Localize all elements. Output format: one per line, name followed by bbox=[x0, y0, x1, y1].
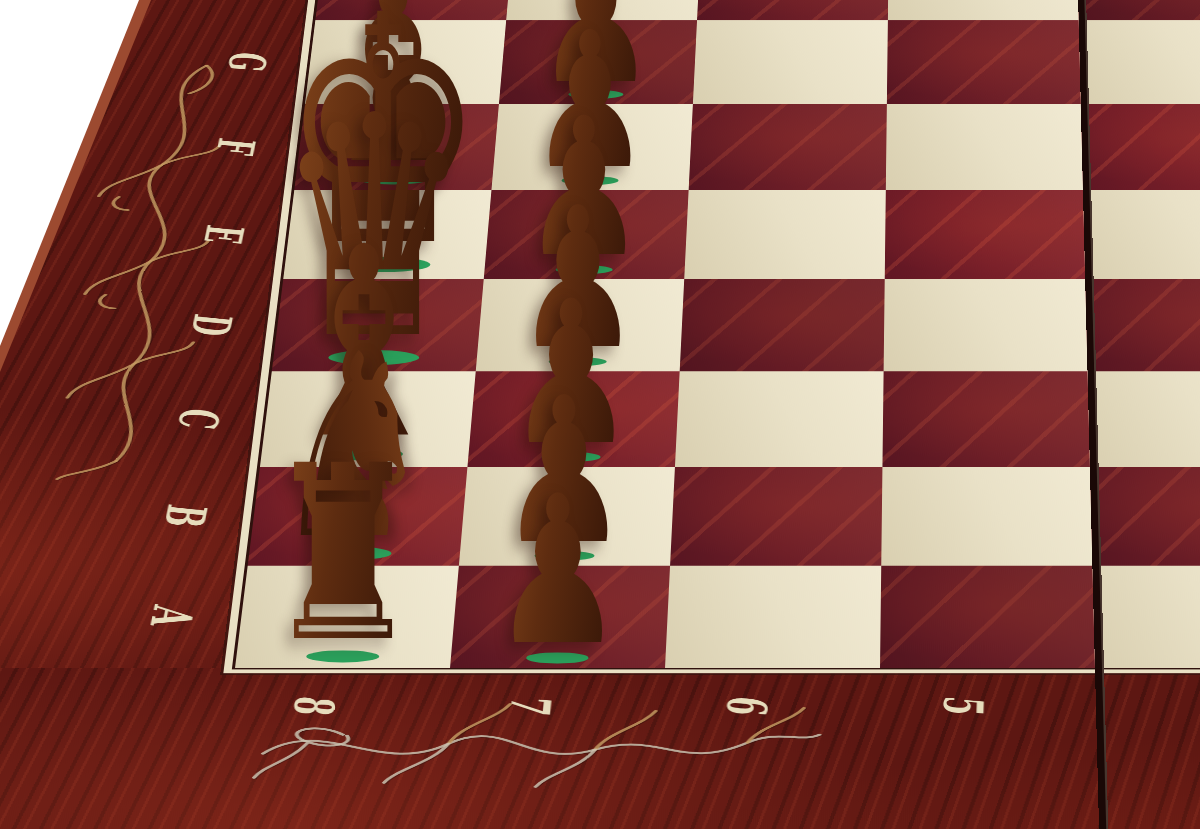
square-d5 bbox=[884, 279, 1088, 371]
square-e5 bbox=[885, 190, 1085, 279]
square-d8 bbox=[272, 279, 484, 371]
board-scene: ABCDEFG8765 bbox=[0, 361, 1200, 747]
chess-board bbox=[235, 0, 1200, 668]
square-f7 bbox=[491, 104, 692, 190]
file-label-D: D bbox=[184, 312, 240, 338]
square-d7 bbox=[476, 279, 684, 371]
rank-label-6: 6 bbox=[718, 695, 773, 718]
square-d4 bbox=[1085, 279, 1200, 371]
square-c7 bbox=[467, 371, 679, 466]
square-h5 bbox=[888, 0, 1079, 20]
square-e7 bbox=[484, 190, 689, 279]
chessboard-photo: ABCDEFG8765 ♜♞♝♛♚♝♟♟♟♟♟♟♟ bbox=[0, 0, 1200, 829]
square-e8 bbox=[283, 190, 491, 279]
square-c6 bbox=[675, 371, 884, 466]
square-c5 bbox=[882, 371, 1089, 466]
square-b8 bbox=[248, 467, 468, 566]
square-c4 bbox=[1088, 371, 1200, 466]
rank-label-8: 8 bbox=[285, 695, 341, 718]
square-b4 bbox=[1090, 467, 1200, 566]
square-h8 bbox=[315, 0, 513, 20]
square-h4 bbox=[1077, 0, 1200, 20]
square-f8 bbox=[294, 104, 499, 190]
square-e6 bbox=[684, 190, 886, 279]
square-e4 bbox=[1083, 190, 1200, 279]
square-g5 bbox=[887, 20, 1081, 103]
square-a8 bbox=[235, 566, 459, 668]
square-f6 bbox=[689, 104, 887, 190]
square-b7 bbox=[459, 467, 675, 566]
square-g8 bbox=[305, 20, 506, 103]
square-g4 bbox=[1079, 20, 1200, 103]
square-b6 bbox=[670, 467, 882, 566]
square-f5 bbox=[886, 104, 1083, 190]
square-a6 bbox=[665, 566, 881, 668]
square-a4 bbox=[1092, 566, 1200, 668]
square-h7 bbox=[506, 0, 701, 20]
square-a7 bbox=[450, 566, 670, 668]
square-f4 bbox=[1081, 104, 1200, 190]
square-c8 bbox=[260, 371, 476, 466]
square-a5 bbox=[880, 566, 1095, 668]
square-d6 bbox=[680, 279, 885, 371]
square-h6 bbox=[697, 0, 889, 20]
square-g7 bbox=[499, 20, 697, 103]
square-g6 bbox=[693, 20, 888, 103]
square-b5 bbox=[881, 467, 1092, 566]
